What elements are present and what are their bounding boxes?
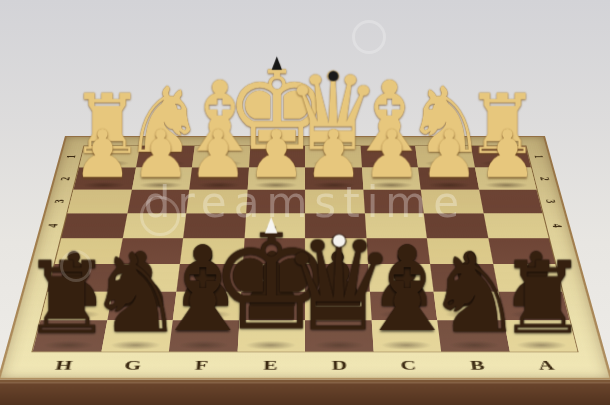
piece-white-pawn[interactable]: ♟ bbox=[361, 167, 420, 189]
piece-white-pawn[interactable]: ♟ bbox=[131, 167, 192, 189]
file-label: C bbox=[373, 357, 443, 373]
file-label: D bbox=[305, 357, 374, 373]
square-g2[interactable]: ♟ bbox=[131, 167, 192, 189]
board-front-edge bbox=[0, 379, 610, 405]
square-c2[interactable]: ♟ bbox=[361, 167, 420, 189]
piece-glyph: ♟ bbox=[362, 122, 421, 188]
rank-label-right: 3 bbox=[528, 195, 575, 208]
square-d2[interactable]: ♟ bbox=[305, 167, 363, 189]
king-finial-icon bbox=[272, 56, 282, 69]
piece-black-rook[interactable]: ♜ bbox=[503, 321, 577, 352]
piece-white-pawn[interactable]: ♟ bbox=[418, 167, 479, 189]
piece-white-pawn[interactable]: ♟ bbox=[305, 167, 363, 189]
piece-glyph: ♟ bbox=[189, 122, 248, 188]
piece-glyph: ♟ bbox=[73, 122, 132, 188]
board-grid: ♜♞♝♚♛♝♞♜♟♟♟♟♟♟♟♟♟♟♟♟♟♟♟♟♜♞♝♚♛♝♞♜ bbox=[33, 146, 577, 351]
square-b2[interactable]: ♟ bbox=[418, 167, 479, 189]
queen-finial-icon bbox=[333, 234, 345, 246]
square-g3[interactable] bbox=[127, 190, 189, 213]
piece-glyph: ♟ bbox=[478, 122, 537, 188]
king-finial-icon bbox=[265, 217, 277, 233]
square-e2[interactable]: ♟ bbox=[247, 167, 305, 189]
square-a8[interactable]: ♜ bbox=[503, 321, 577, 352]
square-f2[interactable]: ♟ bbox=[189, 167, 248, 189]
photo-stage: ♜♞♝♚♛♝♞♜♟♟♟♟♟♟♟♟♟♟♟♟♟♟♟♟♜♞♝♚♛♝♞♜ HGFEDCB… bbox=[0, 0, 610, 405]
piece-glyph: ♟ bbox=[304, 122, 363, 188]
piece-white-pawn[interactable]: ♟ bbox=[189, 167, 248, 189]
file-labels-strip: HGFEDCBA bbox=[26, 351, 585, 379]
file-label: A bbox=[510, 357, 582, 373]
queen-finial-icon bbox=[328, 71, 338, 81]
file-label: G bbox=[97, 357, 168, 373]
square-h2[interactable]: ♟ bbox=[73, 167, 135, 189]
file-label: H bbox=[27, 357, 99, 373]
square-b3[interactable] bbox=[421, 190, 483, 213]
piece-glyph: ♟ bbox=[247, 122, 306, 188]
piece-glyph: ♜ bbox=[498, 249, 587, 349]
piece-white-pawn[interactable]: ♟ bbox=[247, 167, 305, 189]
piece-white-pawn[interactable]: ♟ bbox=[474, 167, 536, 189]
file-label: F bbox=[166, 357, 236, 373]
piece-glyph: ♟ bbox=[420, 122, 479, 188]
file-label: E bbox=[236, 357, 305, 373]
square-a2[interactable]: ♟ bbox=[474, 167, 536, 189]
rank-label-right: 4 bbox=[533, 219, 582, 232]
file-label: B bbox=[442, 357, 513, 373]
piece-white-pawn[interactable]: ♟ bbox=[73, 167, 135, 189]
piece-glyph: ♟ bbox=[131, 122, 190, 188]
rank-label-left: 3 bbox=[35, 195, 82, 208]
chessboard: ♜♞♝♚♛♝♞♜♟♟♟♟♟♟♟♟♟♟♟♟♟♟♟♟♜♞♝♚♛♝♞♜ HGFEDCB… bbox=[0, 136, 610, 379]
